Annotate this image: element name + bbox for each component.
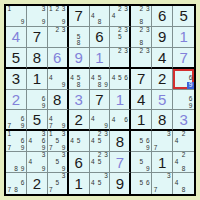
- candidate-digit: [103, 159, 110, 166]
- candidate-digit: 2: [180, 152, 187, 159]
- candidate-digit: [6, 13, 13, 20]
- candidate-digit: [123, 123, 129, 129]
- candidate-digit: [173, 75, 180, 82]
- cell-r3c1[interactable]: 5: [6, 48, 27, 69]
- entered-digit: 5: [152, 90, 172, 110]
- candidate-digit: [138, 60, 145, 66]
- candidate-digit: [123, 82, 129, 89]
- cell-r9c9[interactable]: 48: [173, 173, 194, 194]
- candidate-digit: 6: [19, 180, 26, 187]
- candidate-digit: [6, 159, 13, 166]
- cell-r1c9[interactable]: 5: [173, 6, 194, 27]
- cell-r5c5[interactable]: 7: [90, 90, 111, 111]
- candidate-grid: 69: [27, 90, 47, 110]
- cell-r2c3[interactable]: 23: [48, 27, 69, 48]
- cell-r4c1[interactable]: 3: [6, 69, 27, 90]
- candidate-digit: [131, 138, 138, 145]
- candidate-grid: 3469: [27, 131, 47, 151]
- candidate-digit: 3: [103, 152, 110, 159]
- candidate-digit: [6, 19, 13, 26]
- cell-r2c5[interactable]: 6: [90, 27, 111, 48]
- cell-r2c7[interactable]: 238: [131, 27, 152, 48]
- candidate-digit: [60, 180, 66, 187]
- cell-r6c3[interactable]: 479: [48, 110, 69, 131]
- cell-r2c6[interactable]: 235: [110, 27, 131, 48]
- candidate-digit: [103, 180, 110, 187]
- candidate-grid: 46: [110, 110, 129, 129]
- candidate-grid: 238: [131, 27, 151, 47]
- candidate-digit: 5: [96, 180, 103, 187]
- candidate-grid: 23: [131, 48, 151, 67]
- candidate-digit: [27, 19, 34, 26]
- candidate-digit: [180, 96, 187, 103]
- candidate-digit: 4: [90, 159, 97, 166]
- cell-r4c3[interactable]: 49: [48, 69, 69, 90]
- candidate-digit: [6, 152, 13, 159]
- candidate-grid: 479: [48, 110, 67, 129]
- candidate-digit: [131, 180, 138, 187]
- candidate-digit: [69, 34, 76, 41]
- cell-r4c5[interactable]: 4589: [90, 69, 111, 90]
- entered-digit: 1: [110, 90, 129, 110]
- candidate-digit: [103, 187, 110, 194]
- candidate-digit: [82, 138, 89, 145]
- given-digit: 8: [48, 90, 67, 110]
- candidate-grid: 56: [131, 173, 151, 194]
- cell-r3c6[interactable]: 23: [110, 48, 131, 69]
- entered-digit: 6: [48, 48, 67, 67]
- cell-r9c3[interactable]: 357: [48, 173, 69, 194]
- candidate-digit: [173, 69, 180, 76]
- candidate-grid: 349: [27, 152, 47, 172]
- candidate-digit: [69, 40, 76, 47]
- candidate-digit: [34, 19, 41, 26]
- candidate-digit: 4: [90, 75, 97, 82]
- cell-r4c6[interactable]: 456: [110, 69, 131, 90]
- candidate-grid: 357: [48, 173, 67, 194]
- cell-r6c9[interactable]: 3: [173, 110, 194, 131]
- cell-r7c1[interactable]: 1679: [6, 131, 27, 152]
- cell-r6c5[interactable]: 49: [90, 110, 111, 131]
- candidate-digit: [90, 165, 97, 172]
- candidate-digit: 4: [27, 138, 34, 145]
- candidate-grid: 238: [131, 6, 151, 26]
- candidate-grid: 569: [131, 131, 151, 151]
- candidate-digit: [103, 165, 110, 172]
- highlighted-candidate-digit: 9: [187, 82, 194, 89]
- candidate-grid: 69: [173, 69, 194, 89]
- cell-r9c2[interactable]: 2: [27, 173, 48, 194]
- candidate-digit: [13, 13, 20, 20]
- cell-r3c7[interactable]: 23: [131, 48, 152, 69]
- candidate-grid: 37: [152, 173, 172, 194]
- candidate-grid: 89: [6, 152, 26, 172]
- entered-digit: 1: [90, 48, 110, 67]
- cell-r6c2[interactable]: 5: [27, 110, 48, 131]
- candidate-digit: [34, 6, 41, 13]
- candidate-grid: 45: [69, 131, 89, 151]
- cell-r2c2[interactable]: 7: [27, 27, 48, 48]
- given-digit: 7: [69, 6, 89, 26]
- candidate-grid: 13579: [48, 131, 67, 151]
- candidate-grid: 678: [6, 173, 26, 194]
- candidate-grid: 19: [6, 6, 26, 26]
- candidate-digit: [123, 60, 129, 66]
- candidate-digit: [131, 60, 138, 66]
- cell-r8c6[interactable]: 7: [110, 152, 131, 173]
- cell-r7c6[interactable]: 8: [110, 131, 131, 152]
- candidate-grid: 49: [48, 69, 67, 89]
- candidate-digit: 8: [138, 19, 145, 26]
- cell-r5c6[interactable]: 1: [110, 90, 131, 111]
- candidate-digit: [103, 6, 110, 13]
- candidate-digit: [103, 13, 110, 20]
- candidate-digit: [90, 19, 97, 26]
- candidate-digit: 3: [60, 152, 66, 159]
- given-digit: 9: [110, 173, 129, 194]
- cell-r7c5[interactable]: 2345: [90, 131, 111, 152]
- cell-r6c8[interactable]: 8: [152, 110, 173, 131]
- candidate-digit: 4: [90, 13, 97, 20]
- candidate-grid: 59: [131, 152, 151, 172]
- cell-r1c8[interactable]: 6: [152, 6, 173, 27]
- candidate-digit: [103, 145, 110, 152]
- candidate-digit: [187, 152, 194, 159]
- cell-r8c9[interactable]: 248: [173, 152, 194, 173]
- candidate-digit: 3: [103, 131, 110, 138]
- candidate-digit: 9: [60, 123, 66, 130]
- candidate-digit: 9: [145, 145, 152, 152]
- given-digit: 7: [131, 69, 151, 89]
- candidate-digit: [131, 165, 138, 172]
- cell-r6c6[interactable]: 46: [110, 110, 131, 131]
- cell-r2c9[interactable]: 1: [173, 27, 194, 48]
- candidate-digit: [27, 165, 34, 172]
- candidate-digit: [152, 173, 159, 180]
- candidate-digit: 9: [103, 82, 110, 89]
- cell-r8c2[interactable]: 349: [27, 152, 48, 173]
- candidate-digit: [90, 123, 97, 130]
- given-digit: 5: [27, 110, 47, 129]
- candidate-grid: 679: [6, 110, 26, 129]
- candidate-digit: [131, 187, 138, 194]
- candidate-grid: 48: [90, 6, 110, 26]
- cell-r9c7[interactable]: 56: [131, 173, 152, 194]
- candidate-grid: 23: [48, 27, 67, 47]
- candidate-digit: [131, 40, 138, 47]
- candidate-digit: [82, 69, 89, 76]
- cell-r3c4[interactable]: 9: [69, 48, 90, 69]
- candidate-digit: 3: [145, 27, 152, 34]
- cell-r3c3[interactable]: 6: [48, 48, 69, 69]
- cell-r7c8[interactable]: 37: [152, 131, 173, 152]
- cell-r1c5[interactable]: 48: [90, 6, 111, 27]
- candidate-digit: [187, 180, 194, 187]
- given-digit: 8: [152, 110, 172, 129]
- candidate-digit: [187, 187, 194, 194]
- cell-r1c2[interactable]: 39: [27, 6, 48, 27]
- candidate-digit: 9: [60, 82, 66, 89]
- given-digit: 4: [152, 48, 172, 67]
- candidate-grid: 248: [173, 152, 194, 172]
- candidate-digit: [173, 96, 180, 103]
- candidate-digit: [82, 131, 89, 138]
- candidate-digit: [19, 152, 26, 159]
- candidate-digit: 7: [6, 123, 13, 130]
- cell-r5c8[interactable]: 5: [152, 90, 173, 111]
- candidate-digit: [180, 82, 187, 89]
- candidate-grid: 23: [110, 48, 129, 67]
- candidate-digit: 9: [40, 165, 47, 172]
- candidate-grid: 235: [110, 27, 129, 47]
- candidate-digit: [82, 75, 89, 82]
- candidate-digit: [60, 69, 66, 76]
- candidate-digit: 8: [180, 165, 187, 172]
- candidate-digit: [180, 90, 187, 97]
- cell-r6c4[interactable]: 2: [69, 110, 90, 131]
- cell-r8c3[interactable]: 359: [48, 152, 69, 173]
- cell-r8c8[interactable]: 1: [152, 152, 173, 173]
- candidate-digit: [34, 96, 41, 103]
- candidate-digit: [103, 138, 110, 145]
- given-digit: 6: [152, 6, 172, 26]
- candidate-digit: [159, 138, 166, 145]
- cell-r9c4[interactable]: 1: [69, 173, 90, 194]
- candidate-digit: [82, 82, 89, 89]
- candidate-digit: [131, 131, 138, 138]
- candidate-digit: 3: [60, 6, 66, 13]
- candidate-digit: 4: [173, 138, 180, 145]
- candidate-digit: [123, 19, 129, 26]
- candidate-digit: [6, 173, 13, 180]
- candidate-digit: [173, 82, 180, 89]
- candidate-digit: [13, 6, 20, 13]
- candidate-digit: 1: [6, 6, 13, 13]
- given-digit: 7: [90, 90, 110, 110]
- candidate-digit: [187, 173, 194, 180]
- candidate-grid: 1679: [6, 131, 26, 151]
- cell-r8c4[interactable]: 6: [69, 152, 90, 173]
- given-digit: 5: [173, 6, 194, 26]
- cell-r4c9[interactable]: 69: [173, 69, 194, 90]
- candidate-digit: [187, 145, 194, 152]
- cell-r5c1[interactable]: 2: [6, 90, 27, 111]
- cell-r4c8[interactable]: 2: [152, 69, 173, 90]
- candidate-digit: 9: [19, 19, 26, 26]
- candidate-digit: [19, 6, 26, 13]
- candidate-digit: 9: [60, 19, 66, 26]
- cell-r9c1[interactable]: 678: [6, 173, 27, 194]
- given-digit: 3: [6, 69, 26, 89]
- candidate-digit: 9: [60, 165, 66, 172]
- candidate-digit: [13, 19, 20, 26]
- candidate-digit: 9: [187, 103, 194, 110]
- cell-r3c8[interactable]: 4: [152, 48, 173, 69]
- candidate-digit: 7: [6, 145, 13, 152]
- cell-r8c1[interactable]: 89: [6, 152, 27, 173]
- candidate-digit: [96, 123, 103, 130]
- candidate-digit: [34, 13, 41, 20]
- candidate-digit: [165, 145, 172, 152]
- given-digit: 1: [69, 173, 89, 194]
- cell-r5c4[interactable]: 3: [69, 90, 90, 111]
- cell-r5c9[interactable]: 69: [173, 90, 194, 111]
- entered-digit: 3: [69, 90, 89, 110]
- cell-r9c5[interactable]: 345: [90, 173, 111, 194]
- candidate-digit: [145, 13, 152, 20]
- candidate-digit: 8: [13, 187, 20, 194]
- candidate-digit: 3: [40, 6, 47, 13]
- candidate-grid: 456: [110, 69, 129, 89]
- entered-digit: 3: [173, 110, 194, 129]
- cell-r2c4[interactable]: 58: [69, 27, 90, 48]
- candidate-digit: 4: [90, 138, 97, 145]
- candidate-digit: 7: [152, 187, 159, 194]
- cell-r7c4[interactable]: 45: [69, 131, 90, 152]
- candidate-digit: 8: [96, 19, 103, 26]
- candidate-digit: [34, 159, 41, 166]
- candidate-digit: [145, 60, 152, 66]
- candidate-digit: 8: [180, 187, 187, 194]
- candidate-digit: [145, 40, 152, 47]
- cell-r1c3[interactable]: 1239: [48, 6, 69, 27]
- candidate-grid: 24: [173, 131, 194, 151]
- candidate-digit: [96, 6, 103, 13]
- candidate-digit: [82, 40, 89, 47]
- cell-r7c3[interactable]: 13579: [48, 131, 69, 152]
- candidate-digit: [69, 27, 76, 34]
- candidate-digit: 3: [40, 152, 47, 159]
- candidate-digit: [96, 165, 103, 172]
- cell-r4c4[interactable]: 458: [69, 69, 90, 90]
- cell-r4c7[interactable]: 7: [131, 69, 152, 90]
- candidate-digit: 1: [6, 131, 13, 138]
- candidate-digit: [13, 173, 20, 180]
- candidate-digit: [173, 90, 180, 97]
- candidate-digit: 5: [138, 159, 145, 166]
- cell-r7c9[interactable]: 24: [173, 131, 194, 152]
- given-digit: 8: [110, 131, 129, 151]
- candidate-digit: [187, 165, 194, 172]
- entered-digit: 1: [173, 27, 194, 47]
- candidate-digit: [82, 145, 89, 152]
- candidate-grid: 39: [27, 6, 47, 26]
- candidate-digit: 8: [96, 82, 103, 89]
- given-digit: 8: [27, 48, 47, 67]
- entered-digit: 9: [69, 48, 89, 67]
- candidate-digit: 4: [90, 180, 97, 187]
- candidate-digit: 3: [145, 6, 152, 13]
- candidate-digit: [131, 145, 138, 152]
- candidate-digit: [34, 138, 41, 145]
- candidate-digit: [131, 152, 138, 159]
- sudoku-board: 1939123974823423865472358623523891586912…: [4, 4, 196, 196]
- given-digit: 2: [69, 110, 89, 129]
- entered-digit: 4: [6, 27, 26, 47]
- cell-r9c8[interactable]: 37: [152, 173, 173, 194]
- cell-r3c2[interactable]: 8: [27, 48, 48, 69]
- cell-r2c1[interactable]: 4: [6, 27, 27, 48]
- candidate-digit: 3: [60, 131, 66, 138]
- candidate-digit: [145, 187, 152, 194]
- candidate-digit: 3: [123, 6, 129, 13]
- candidate-digit: [138, 165, 145, 172]
- candidate-digit: 9: [19, 123, 26, 130]
- cell-r7c7[interactable]: 569: [131, 131, 152, 152]
- candidate-digit: 5: [138, 138, 145, 145]
- candidate-digit: [152, 131, 159, 138]
- candidate-digit: [173, 103, 180, 110]
- cell-r2c8[interactable]: 9: [152, 27, 173, 48]
- given-digit: 2: [27, 173, 47, 194]
- cell-r9c6[interactable]: 9: [110, 173, 131, 194]
- cell-r7c2[interactable]: 3469: [27, 131, 48, 152]
- candidate-digit: 5: [138, 180, 145, 187]
- candidate-digit: [138, 187, 145, 194]
- candidate-grid: 359: [48, 152, 67, 172]
- cell-r1c7[interactable]: 238: [131, 6, 152, 27]
- candidate-digit: 7: [152, 145, 159, 152]
- entered-digit: 7: [110, 152, 129, 172]
- candidate-grid: 345: [90, 173, 110, 194]
- candidate-digit: [145, 152, 152, 159]
- candidate-digit: 4: [173, 159, 180, 166]
- candidate-digit: [13, 145, 20, 152]
- candidate-digit: [123, 34, 129, 41]
- cell-r1c4[interactable]: 7: [69, 6, 90, 27]
- candidate-digit: [173, 187, 180, 194]
- cell-r3c9[interactable]: 7: [173, 48, 194, 69]
- candidate-digit: [27, 90, 34, 97]
- cell-r4c2[interactable]: 1: [27, 69, 48, 90]
- candidate-digit: 9: [60, 145, 66, 152]
- cell-r1c6[interactable]: 234: [110, 6, 131, 27]
- candidate-digit: [34, 145, 41, 152]
- candidate-digit: [180, 103, 187, 110]
- candidate-digit: [6, 165, 13, 172]
- cell-r6c7[interactable]: 1: [131, 110, 152, 131]
- candidate-digit: [69, 145, 76, 152]
- candidate-digit: 7: [6, 187, 13, 194]
- candidate-digit: [180, 69, 187, 76]
- candidate-digit: [96, 145, 103, 152]
- candidate-digit: [13, 131, 20, 138]
- cell-r1c1[interactable]: 19: [6, 6, 27, 27]
- cell-r6c1[interactable]: 679: [6, 110, 27, 131]
- candidate-grid: 48: [173, 173, 194, 194]
- candidate-digit: [34, 103, 41, 110]
- cell-r8c7[interactable]: 59: [131, 152, 152, 173]
- candidate-grid: 69: [173, 90, 194, 110]
- cell-r5c7[interactable]: 4: [131, 90, 152, 111]
- cell-r5c3[interactable]: 8: [48, 90, 69, 111]
- candidate-grid: 1239: [48, 6, 67, 26]
- candidate-grid: 58: [69, 27, 89, 47]
- candidate-digit: 9: [40, 145, 47, 152]
- cell-r8c5[interactable]: 2345: [90, 152, 111, 173]
- candidate-digit: 9: [19, 145, 26, 152]
- cell-r3c5[interactable]: 1: [90, 48, 111, 69]
- given-digit: 4: [131, 90, 151, 110]
- candidate-digit: 8: [75, 82, 82, 89]
- candidate-digit: [165, 187, 172, 194]
- candidate-digit: [27, 96, 34, 103]
- candidate-digit: [27, 103, 34, 110]
- candidate-digit: [60, 187, 66, 194]
- candidate-digit: [34, 90, 41, 97]
- candidate-digit: 4: [69, 75, 76, 82]
- cell-r5c2[interactable]: 69: [27, 90, 48, 111]
